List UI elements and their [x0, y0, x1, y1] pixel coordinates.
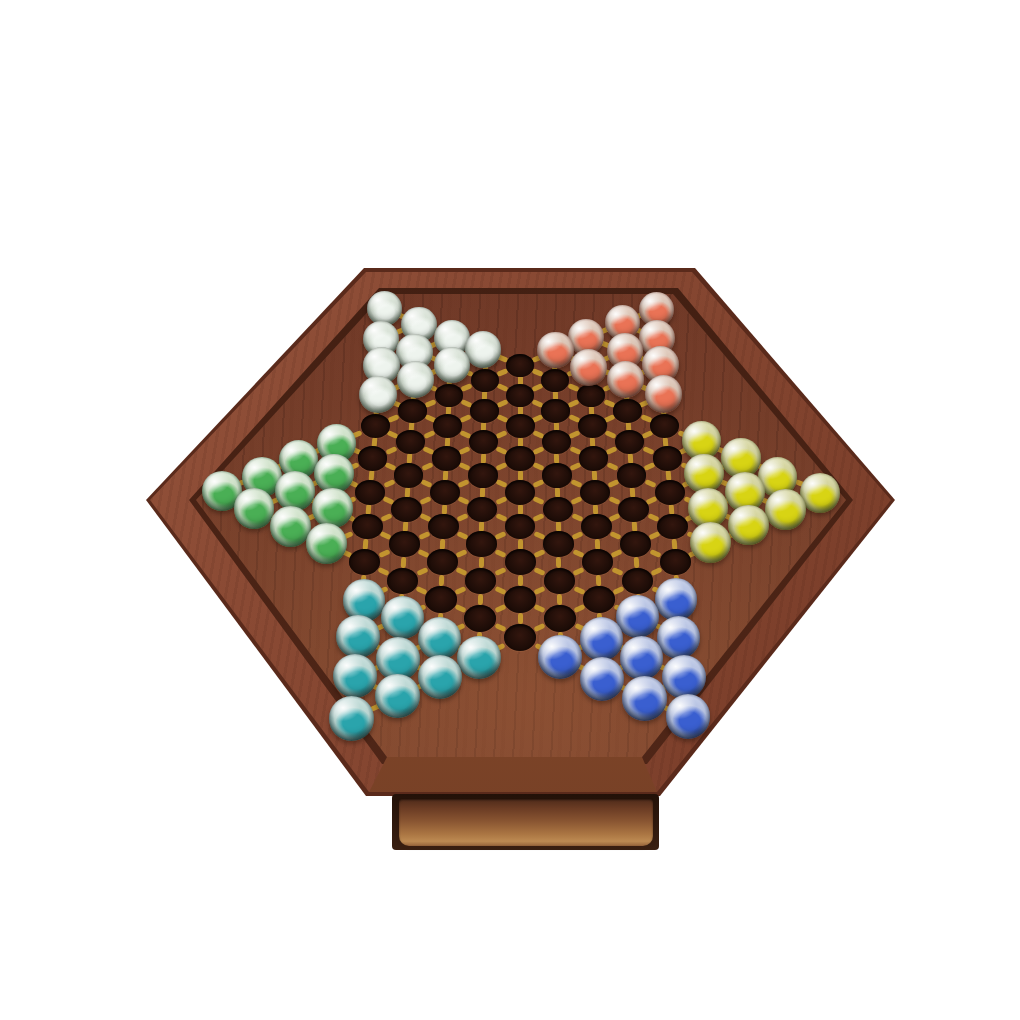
- marble-teal[interactable]: [418, 655, 462, 699]
- marble-orange[interactable]: [607, 361, 644, 398]
- marble-yellow[interactable]: [765, 489, 805, 529]
- marble-teal[interactable]: [418, 617, 461, 660]
- marble-clear-white[interactable]: [397, 361, 434, 398]
- marble-teal[interactable]: [457, 636, 501, 680]
- marble-yellow[interactable]: [690, 522, 731, 563]
- marble-orange[interactable]: [645, 375, 683, 413]
- marbles-layer: [0, 0, 1020, 1020]
- marble-blue[interactable]: [580, 617, 623, 660]
- marble-blue[interactable]: [620, 636, 664, 680]
- marble-orange[interactable]: [537, 332, 573, 368]
- marble-blue[interactable]: [616, 595, 659, 638]
- marble-blue[interactable]: [666, 694, 711, 739]
- marble-green[interactable]: [306, 523, 347, 564]
- marble-blue[interactable]: [657, 616, 700, 659]
- marble-blue[interactable]: [622, 676, 666, 720]
- photo-background: [0, 0, 1020, 1020]
- marble-green[interactable]: [312, 488, 352, 528]
- marble-teal[interactable]: [375, 674, 419, 718]
- marble-green[interactable]: [275, 471, 315, 511]
- marble-teal[interactable]: [329, 696, 374, 741]
- marble-teal[interactable]: [333, 654, 377, 698]
- marble-blue[interactable]: [655, 578, 697, 620]
- marble-blue[interactable]: [580, 657, 624, 701]
- marble-green[interactable]: [234, 488, 274, 528]
- marble-teal[interactable]: [381, 596, 424, 639]
- marble-clear-white[interactable]: [465, 331, 501, 367]
- marble-blue[interactable]: [538, 635, 582, 679]
- marble-orange[interactable]: [570, 349, 607, 386]
- marble-yellow[interactable]: [728, 505, 769, 546]
- chinese-checkers-board: [0, 0, 1020, 1020]
- marble-green[interactable]: [270, 506, 311, 547]
- marble-blue[interactable]: [662, 655, 706, 699]
- marble-teal[interactable]: [336, 615, 379, 658]
- marble-clear-white[interactable]: [434, 347, 471, 384]
- marble-clear-white[interactable]: [359, 376, 397, 414]
